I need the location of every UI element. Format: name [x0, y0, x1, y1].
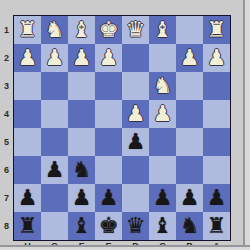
piece-black-king[interactable]: ♚: [99, 212, 119, 240]
square-b2[interactable]: ♟: [176, 44, 203, 72]
square-g6[interactable]: ♟: [41, 156, 68, 184]
square-a4[interactable]: [203, 100, 230, 128]
square-c3[interactable]: ♞: [149, 72, 176, 100]
window-edge-bottom-shadow: [0, 245, 250, 247]
rank-label-6: 6: [0, 156, 13, 184]
rank-label-3: 3: [0, 72, 13, 100]
piece-white-queen[interactable]: ♛: [126, 16, 146, 44]
square-d1[interactable]: ♛: [122, 16, 149, 44]
square-f5[interactable]: [68, 128, 95, 156]
square-f4[interactable]: [68, 100, 95, 128]
square-a6[interactable]: [203, 156, 230, 184]
square-b4[interactable]: [176, 100, 203, 128]
rank-label-8: 8: [0, 212, 13, 240]
piece-black-pawn[interactable]: ♟: [45, 156, 65, 184]
square-g8[interactable]: [41, 212, 68, 240]
square-g3[interactable]: [41, 72, 68, 100]
square-h5[interactable]: [14, 128, 41, 156]
square-c1[interactable]: ♝: [149, 16, 176, 44]
piece-black-pawn[interactable]: ♟: [207, 184, 227, 212]
piece-white-bishop[interactable]: ♝: [72, 16, 92, 44]
square-e5[interactable]: [95, 128, 122, 156]
square-e7[interactable]: ♟: [95, 184, 122, 212]
square-h8[interactable]: ♜: [14, 212, 41, 240]
square-d6[interactable]: [122, 156, 149, 184]
rank-labels: 12345678: [0, 16, 13, 240]
square-e1[interactable]: ♚: [95, 16, 122, 44]
piece-white-knight[interactable]: ♞: [153, 72, 173, 100]
square-f6[interactable]: ♞: [68, 156, 95, 184]
piece-white-pawn[interactable]: ♟: [99, 44, 119, 72]
square-c8[interactable]: ♝: [149, 212, 176, 240]
piece-black-queen[interactable]: ♛: [126, 212, 146, 240]
square-f3[interactable]: [68, 72, 95, 100]
square-e6[interactable]: [95, 156, 122, 184]
square-c6[interactable]: [149, 156, 176, 184]
rank-label-2: 2: [0, 44, 13, 72]
square-h2[interactable]: ♟: [14, 44, 41, 72]
square-b7[interactable]: ♟: [176, 184, 203, 212]
rank-label-4: 4: [0, 100, 13, 128]
square-g7[interactable]: [41, 184, 68, 212]
piece-black-knight[interactable]: ♞: [180, 212, 200, 240]
square-a3[interactable]: [203, 72, 230, 100]
window-edge-right-highlight: [245, 0, 250, 250]
piece-white-knight[interactable]: ♞: [45, 16, 65, 44]
piece-white-pawn[interactable]: ♟: [180, 44, 200, 72]
square-b5[interactable]: [176, 128, 203, 156]
square-e8[interactable]: ♚: [95, 212, 122, 240]
piece-white-pawn[interactable]: ♟: [72, 44, 92, 72]
square-b6[interactable]: [176, 156, 203, 184]
piece-white-rook[interactable]: ♜: [18, 16, 38, 44]
square-e3[interactable]: [95, 72, 122, 100]
square-b8[interactable]: ♞: [176, 212, 203, 240]
square-b1[interactable]: [176, 16, 203, 44]
piece-white-pawn[interactable]: ♟: [153, 100, 173, 128]
square-d8[interactable]: ♛: [122, 212, 149, 240]
square-a1[interactable]: ♜: [203, 16, 230, 44]
piece-black-rook[interactable]: ♜: [18, 212, 38, 240]
square-d7[interactable]: [122, 184, 149, 212]
square-e4[interactable]: [95, 100, 122, 128]
square-c4[interactable]: ♟: [149, 100, 176, 128]
piece-black-pawn[interactable]: ♟: [72, 184, 92, 212]
square-e2[interactable]: ♟: [95, 44, 122, 72]
piece-black-pawn[interactable]: ♟: [153, 184, 173, 212]
chess-app-window: 12345678 ♜♞♝♚♛♝♜♟♟♟♟♟♟♞♟♟♟♟♞♟♟♟♟♟♟♜♝♚♛♝♞…: [0, 0, 250, 250]
square-d2[interactable]: [122, 44, 149, 72]
square-c2[interactable]: [149, 44, 176, 72]
piece-black-bishop[interactable]: ♝: [153, 212, 173, 240]
piece-white-king[interactable]: ♚: [99, 16, 119, 44]
square-c7[interactable]: ♟: [149, 184, 176, 212]
piece-black-pawn[interactable]: ♟: [180, 184, 200, 212]
piece-white-pawn[interactable]: ♟: [207, 44, 227, 72]
piece-black-pawn[interactable]: ♟: [126, 128, 146, 156]
square-c5[interactable]: [149, 128, 176, 156]
square-f7[interactable]: ♟: [68, 184, 95, 212]
piece-white-rook[interactable]: ♜: [207, 16, 227, 44]
square-h4[interactable]: [14, 100, 41, 128]
piece-black-knight[interactable]: ♞: [72, 156, 92, 184]
square-a8[interactable]: ♜: [203, 212, 230, 240]
square-h3[interactable]: [14, 72, 41, 100]
rank-label-5: 5: [0, 128, 13, 156]
rank-label-1: 1: [0, 16, 13, 44]
square-g5[interactable]: [41, 128, 68, 156]
piece-white-pawn[interactable]: ♟: [126, 100, 146, 128]
piece-black-rook[interactable]: ♜: [207, 212, 227, 240]
piece-white-pawn[interactable]: ♟: [45, 44, 65, 72]
window-edge-right-shadow: [243, 0, 245, 250]
piece-black-pawn[interactable]: ♟: [99, 184, 119, 212]
square-h1[interactable]: ♜: [14, 16, 41, 44]
square-a2[interactable]: ♟: [203, 44, 230, 72]
square-h7[interactable]: ♟: [14, 184, 41, 212]
square-f2[interactable]: ♟: [68, 44, 95, 72]
piece-white-pawn[interactable]: ♟: [18, 44, 38, 72]
square-g4[interactable]: [41, 100, 68, 128]
square-h6[interactable]: [14, 156, 41, 184]
square-f1[interactable]: ♝: [68, 16, 95, 44]
square-d5[interactable]: ♟: [122, 128, 149, 156]
square-d4[interactable]: ♟: [122, 100, 149, 128]
piece-white-bishop[interactable]: ♝: [153, 16, 173, 44]
rank-label-7: 7: [0, 184, 13, 212]
square-g1[interactable]: ♞: [41, 16, 68, 44]
piece-black-pawn[interactable]: ♟: [18, 184, 38, 212]
square-a7[interactable]: ♟: [203, 184, 230, 212]
piece-black-bishop[interactable]: ♝: [72, 212, 92, 240]
square-b3[interactable]: [176, 72, 203, 100]
chess-board[interactable]: ♜♞♝♚♛♝♜♟♟♟♟♟♟♞♟♟♟♟♞♟♟♟♟♟♟♜♝♚♛♝♞♜: [14, 16, 230, 240]
square-a5[interactable]: [203, 128, 230, 156]
square-f8[interactable]: ♝: [68, 212, 95, 240]
square-d3[interactable]: [122, 72, 149, 100]
square-g2[interactable]: ♟: [41, 44, 68, 72]
